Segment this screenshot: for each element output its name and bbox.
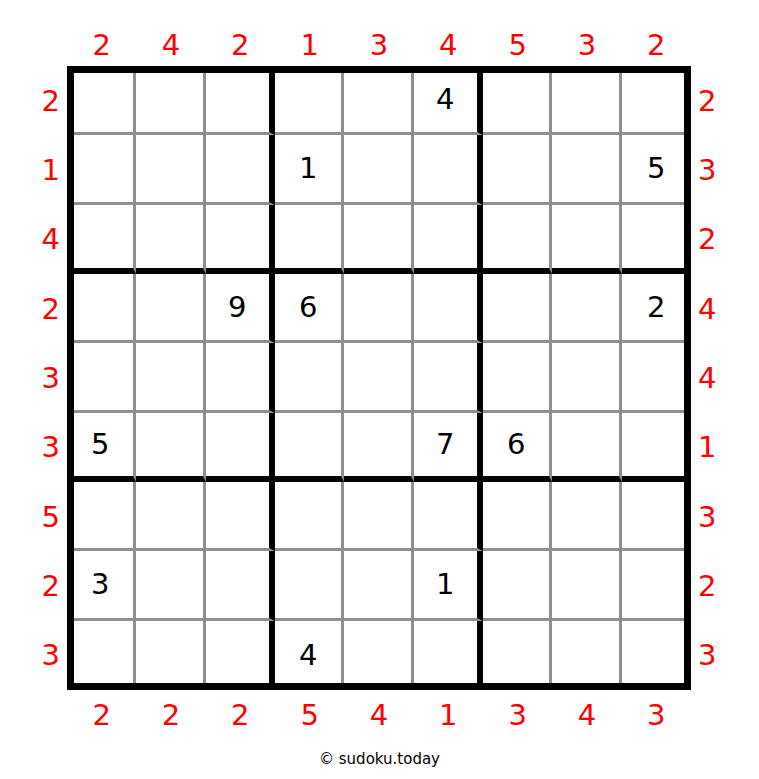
- cell-r1c8[interactable]: [552, 66, 621, 135]
- cell-r6c5[interactable]: [344, 413, 413, 482]
- cell-r8c6[interactable]: 1: [414, 551, 483, 620]
- clue-right-4: 4: [698, 274, 758, 343]
- clue-bottom-1: 2: [67, 698, 136, 732]
- cell-r4c5[interactable]: [344, 274, 413, 343]
- clues-top: 242134532: [67, 28, 691, 62]
- cell-r9c4[interactable]: 4: [275, 621, 344, 690]
- clue-left-5: 3: [0, 343, 60, 412]
- cell-r8c4[interactable]: [275, 551, 344, 620]
- clue-right-3: 2: [698, 205, 758, 274]
- clue-top-7: 5: [483, 28, 552, 62]
- cell-r2c6[interactable]: [414, 135, 483, 204]
- cell-r4c7[interactable]: [483, 274, 552, 343]
- clues-right: 232441323: [698, 66, 758, 690]
- cell-r1c2[interactable]: [136, 66, 205, 135]
- cell-r8c2[interactable]: [136, 551, 205, 620]
- cell-r8c5[interactable]: [344, 551, 413, 620]
- clue-bottom-6: 1: [414, 698, 483, 732]
- cell-r4c3[interactable]: 9: [206, 274, 275, 343]
- clue-left-3: 4: [0, 205, 60, 274]
- cell-r5c7[interactable]: [483, 343, 552, 412]
- clue-right-8: 2: [698, 551, 758, 620]
- clue-left-2: 1: [0, 135, 60, 204]
- cell-r3c4[interactable]: [275, 205, 344, 274]
- cell-r8c3[interactable]: [206, 551, 275, 620]
- cell-r5c5[interactable]: [344, 343, 413, 412]
- clue-left-6: 3: [0, 413, 60, 482]
- cell-r1c3[interactable]: [206, 66, 275, 135]
- cell-r3c3[interactable]: [206, 205, 275, 274]
- clue-bottom-7: 3: [483, 698, 552, 732]
- cell-r6c8[interactable]: [552, 413, 621, 482]
- cell-r3c7[interactable]: [483, 205, 552, 274]
- cell-r8c1[interactable]: 3: [67, 551, 136, 620]
- cell-r5c8[interactable]: [552, 343, 621, 412]
- cell-r8c7[interactable]: [483, 551, 552, 620]
- clue-top-2: 4: [136, 28, 205, 62]
- cell-r2c8[interactable]: [552, 135, 621, 204]
- clue-top-3: 2: [206, 28, 275, 62]
- cell-r4c8[interactable]: [552, 274, 621, 343]
- cell-r9c8[interactable]: [552, 621, 621, 690]
- clue-left-4: 2: [0, 274, 60, 343]
- sudoku-board: 415962576314: [67, 66, 691, 690]
- cell-r2c7[interactable]: [483, 135, 552, 204]
- cell-r7c5[interactable]: [344, 482, 413, 551]
- cell-r7c1[interactable]: [67, 482, 136, 551]
- cell-r7c8[interactable]: [552, 482, 621, 551]
- clue-bottom-9: 3: [622, 698, 691, 732]
- clue-top-1: 2: [67, 28, 136, 62]
- copyright-text: © sudoku.today: [0, 750, 759, 768]
- clue-left-1: 2: [0, 66, 60, 135]
- cell-r2c9[interactable]: 5: [622, 135, 691, 204]
- cell-r5c9[interactable]: [622, 343, 691, 412]
- clue-right-1: 2: [698, 66, 758, 135]
- cell-r1c1[interactable]: [67, 66, 136, 135]
- cell-r4c2[interactable]: [136, 274, 205, 343]
- clue-left-9: 3: [0, 621, 60, 690]
- cell-r1c4[interactable]: [275, 66, 344, 135]
- cell-r6c4[interactable]: [275, 413, 344, 482]
- cell-r7c7[interactable]: [483, 482, 552, 551]
- cell-r9c3[interactable]: [206, 621, 275, 690]
- cell-r2c5[interactable]: [344, 135, 413, 204]
- cell-r4c6[interactable]: [414, 274, 483, 343]
- clue-top-9: 2: [622, 28, 691, 62]
- clue-bottom-2: 2: [136, 698, 205, 732]
- cell-r6c1[interactable]: 5: [67, 413, 136, 482]
- cell-r1c6[interactable]: 4: [414, 66, 483, 135]
- cell-r8c8[interactable]: [552, 551, 621, 620]
- cell-r3c9[interactable]: [622, 205, 691, 274]
- clue-top-5: 3: [344, 28, 413, 62]
- cell-r6c2[interactable]: [136, 413, 205, 482]
- cell-r2c4[interactable]: 1: [275, 135, 344, 204]
- clue-left-8: 2: [0, 551, 60, 620]
- clue-bottom-4: 5: [275, 698, 344, 732]
- cell-r5c4[interactable]: [275, 343, 344, 412]
- clues-bottom: 222541343: [67, 698, 691, 732]
- cell-r3c2[interactable]: [136, 205, 205, 274]
- cell-r1c5[interactable]: [344, 66, 413, 135]
- clue-bottom-8: 4: [552, 698, 621, 732]
- cell-r6c7[interactable]: 6: [483, 413, 552, 482]
- cell-r4c9[interactable]: 2: [622, 274, 691, 343]
- cell-r6c3[interactable]: [206, 413, 275, 482]
- cell-r1c9[interactable]: [622, 66, 691, 135]
- cell-r2c2[interactable]: [136, 135, 205, 204]
- clue-bottom-5: 4: [344, 698, 413, 732]
- cell-r1c7[interactable]: [483, 66, 552, 135]
- cell-r5c3[interactable]: [206, 343, 275, 412]
- clue-right-7: 3: [698, 482, 758, 551]
- cell-r4c4[interactable]: 6: [275, 274, 344, 343]
- clue-right-5: 4: [698, 343, 758, 412]
- cell-r3c8[interactable]: [552, 205, 621, 274]
- cell-r7c9[interactable]: [622, 482, 691, 551]
- cell-r9c2[interactable]: [136, 621, 205, 690]
- cell-r5c6[interactable]: [414, 343, 483, 412]
- clues-left: 214233523: [0, 66, 60, 690]
- clue-left-7: 5: [0, 482, 60, 551]
- cell-r9c7[interactable]: [483, 621, 552, 690]
- clue-right-2: 3: [698, 135, 758, 204]
- cell-r7c4[interactable]: [275, 482, 344, 551]
- cell-r9c5[interactable]: [344, 621, 413, 690]
- cell-r5c2[interactable]: [136, 343, 205, 412]
- cell-r9c1[interactable]: [67, 621, 136, 690]
- cell-r4c1[interactable]: [67, 274, 136, 343]
- clue-top-8: 3: [552, 28, 621, 62]
- cell-r3c6[interactable]: [414, 205, 483, 274]
- cell-r8c9[interactable]: [622, 551, 691, 620]
- page: 242134532 214233523 232441323 222541343 …: [0, 0, 759, 779]
- cell-r5c1[interactable]: [67, 343, 136, 412]
- clue-top-6: 4: [414, 28, 483, 62]
- clue-bottom-3: 2: [206, 698, 275, 732]
- clue-right-6: 1: [698, 413, 758, 482]
- cell-r6c9[interactable]: [622, 413, 691, 482]
- cell-r2c3[interactable]: [206, 135, 275, 204]
- clue-top-4: 1: [275, 28, 344, 62]
- cell-r3c1[interactable]: [67, 205, 136, 274]
- cell-r7c3[interactable]: [206, 482, 275, 551]
- cell-r7c6[interactable]: [414, 482, 483, 551]
- cell-r2c1[interactable]: [67, 135, 136, 204]
- cell-r9c6[interactable]: [414, 621, 483, 690]
- cell-r7c2[interactable]: [136, 482, 205, 551]
- cell-r9c9[interactable]: [622, 621, 691, 690]
- clue-right-9: 3: [698, 621, 758, 690]
- cell-r6c6[interactable]: 7: [414, 413, 483, 482]
- cell-r3c5[interactable]: [344, 205, 413, 274]
